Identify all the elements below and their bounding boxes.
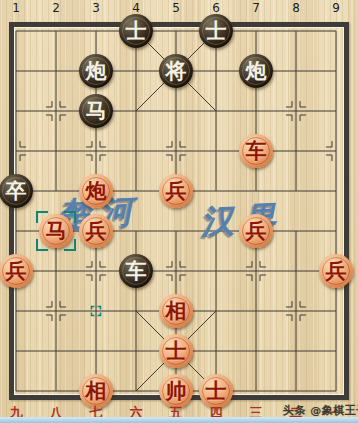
piece-red-horse[interactable]: 马: [39, 214, 73, 248]
piece-black-chariot[interactable]: 车: [119, 254, 153, 288]
piece-black-general[interactable]: 将: [159, 54, 193, 88]
piece-red-soldier[interactable]: 兵: [159, 174, 193, 208]
piece-black-soldier[interactable]: 卒: [0, 174, 33, 208]
piece-red-soldier[interactable]: 兵: [319, 254, 353, 288]
piece-red-soldier[interactable]: 兵: [0, 254, 33, 288]
bottom-strip: [0, 417, 358, 423]
piece-black-advisor[interactable]: 士: [119, 14, 153, 48]
xiangqi-board: 楚河 汉界 士士炮将炮马车卒炮兵马兵兵兵车兵相士相帅士 123456789 九八…: [0, 0, 358, 423]
piece-red-advisor[interactable]: 士: [159, 334, 193, 368]
pieces-grid: 士士炮将炮马车卒炮兵马兵兵兵车兵相士相帅士: [0, 11, 356, 411]
piece-red-general[interactable]: 帅: [159, 374, 193, 408]
piece-red-elephant[interactable]: 相: [79, 374, 113, 408]
piece-red-cannon[interactable]: 炮: [79, 174, 113, 208]
piece-red-elephant[interactable]: 相: [159, 294, 193, 328]
piece-red-advisor[interactable]: 士: [199, 374, 233, 408]
piece-red-chariot[interactable]: 车: [239, 134, 273, 168]
piece-red-soldier[interactable]: 兵: [79, 214, 113, 248]
piece-black-cannon[interactable]: 炮: [79, 54, 113, 88]
piece-black-horse[interactable]: 马: [79, 94, 113, 128]
piece-red-soldier[interactable]: 兵: [239, 214, 273, 248]
piece-black-advisor[interactable]: 士: [199, 14, 233, 48]
piece-black-cannon[interactable]: 炮: [239, 54, 273, 88]
